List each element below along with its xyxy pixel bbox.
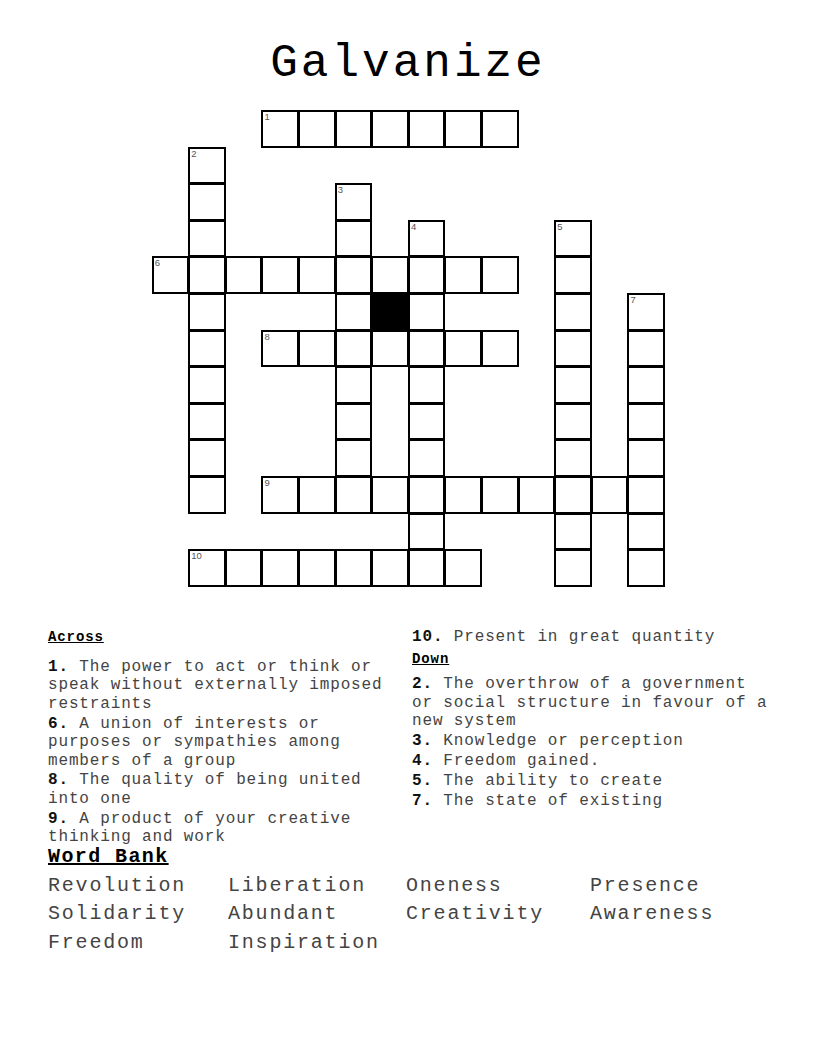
cell-r4c5[interactable]	[335, 256, 373, 294]
cell-r6c6[interactable]	[371, 330, 409, 368]
word-bank-word-awareness: Awareness	[590, 900, 714, 928]
cell-r10c10[interactable]	[518, 476, 556, 514]
clue-down-4: 4. Freedom gained.	[412, 752, 771, 770]
cell-r2c1[interactable]	[188, 183, 226, 221]
cell-r5c11[interactable]	[554, 293, 592, 331]
cell-r7c5[interactable]	[335, 366, 373, 404]
clues-column-left: Across 1. The power to act or think or s…	[48, 628, 389, 848]
word-bank-word-creativity: Creativity	[406, 900, 544, 928]
cell-r9c5[interactable]	[335, 439, 373, 477]
clue-down-3: 3. Knowledge or perception	[412, 732, 771, 750]
grid-number-10: 10	[191, 551, 202, 561]
cell-r12c7[interactable]	[408, 549, 446, 587]
cell-r6c5[interactable]	[335, 330, 373, 368]
cell-r8c13[interactable]	[627, 403, 665, 441]
word-bank-word-solidarity: Solidarity	[48, 900, 186, 928]
cell-r8c1[interactable]	[188, 403, 226, 441]
grid-number-4: 4	[411, 222, 416, 232]
cell-r10c1[interactable]	[188, 476, 226, 514]
cell-r10c7[interactable]	[408, 476, 446, 514]
cell-r12c3[interactable]	[261, 549, 299, 587]
cell-r12c2[interactable]	[225, 549, 263, 587]
word-bank-word-inspiration: Inspiration	[228, 929, 380, 957]
cell-r6c11[interactable]	[554, 330, 592, 368]
cell-r6c9[interactable]	[481, 330, 519, 368]
cell-r10c12[interactable]	[591, 476, 629, 514]
cell-r0c9[interactable]	[481, 110, 519, 148]
word-bank-word-abundant: Abundant	[228, 900, 338, 928]
cell-r5c5[interactable]	[335, 293, 373, 331]
clue-number: 9.	[48, 810, 69, 828]
across-header: Across	[48, 628, 389, 647]
cell-r5c7[interactable]	[408, 293, 446, 331]
cell-r4c6[interactable]	[371, 256, 409, 294]
cell-r0c7[interactable]	[408, 110, 446, 148]
grid-number-7: 7	[630, 295, 635, 305]
word-bank-word-liberation: Liberation	[228, 872, 366, 900]
clue-number: 7.	[412, 792, 433, 810]
down-header: Down	[412, 650, 771, 669]
clue-across-10: 10. Present in great quantity	[412, 628, 771, 646]
word-bank-header: Word Bank	[48, 845, 169, 869]
down-clue-list: 2. The overthrow of a government or soci…	[412, 675, 771, 810]
word-bank-word-presence: Presence	[590, 872, 700, 900]
cell-r4c2[interactable]	[225, 256, 263, 294]
cell-r0c8[interactable]	[444, 110, 482, 148]
clue-down-5: 5. The ability to create	[412, 772, 771, 790]
cell-r5c1[interactable]	[188, 293, 226, 331]
cell-r4c8[interactable]	[444, 256, 482, 294]
word-bank-word-revolution: Revolution	[48, 872, 186, 900]
cell-r3c1[interactable]	[188, 220, 226, 258]
cell-r10c13[interactable]	[627, 476, 665, 514]
cell-r9c13[interactable]	[627, 439, 665, 477]
clue-across-1: 1. The power to act or think or speak wi…	[48, 658, 389, 713]
clue-down-2: 2. The overthrow of a government or soci…	[412, 675, 771, 730]
cell-r12c13[interactable]	[627, 549, 665, 587]
puzzle-page: Galvanize 12345678910 Across 1. The powe…	[0, 0, 816, 1056]
grid-number-2: 2	[191, 149, 196, 159]
cell-r3c5[interactable]	[335, 220, 373, 258]
grid-number-9: 9	[264, 478, 269, 488]
cell-r4c3[interactable]	[261, 256, 299, 294]
cell-r6c1[interactable]	[188, 330, 226, 368]
word-bank-word-freedom: Freedom	[48, 929, 145, 957]
cell-r6c13[interactable]	[627, 330, 665, 368]
cell-r4c7[interactable]	[408, 256, 446, 294]
clue-number: 10.	[412, 628, 443, 646]
cell-r6c4[interactable]	[298, 330, 336, 368]
cell-r11c11[interactable]	[554, 513, 592, 551]
grid-number-5: 5	[557, 222, 562, 232]
cell-r7c1[interactable]	[188, 366, 226, 404]
cell-r12c11[interactable]	[554, 549, 592, 587]
black-cell-r5c6	[371, 293, 409, 331]
cell-r6c7[interactable]	[408, 330, 446, 368]
cell-r4c1[interactable]	[188, 256, 226, 294]
cell-r8c11[interactable]	[554, 403, 592, 441]
cell-r10c9[interactable]	[481, 476, 519, 514]
cell-r8c5[interactable]	[335, 403, 373, 441]
cell-r0c6[interactable]	[371, 110, 409, 148]
cell-r0c4[interactable]	[298, 110, 336, 148]
clue-across-6: 6. A union of interests or purposes or s…	[48, 715, 389, 770]
cell-r6c8[interactable]	[444, 330, 482, 368]
cell-r7c7[interactable]	[408, 366, 446, 404]
cell-r7c11[interactable]	[554, 366, 592, 404]
cell-r10c11[interactable]	[554, 476, 592, 514]
cell-r4c4[interactable]	[298, 256, 336, 294]
grid-number-1: 1	[264, 112, 269, 122]
cell-r11c13[interactable]	[627, 513, 665, 551]
cell-r0c5[interactable]	[335, 110, 373, 148]
grid-number-6: 6	[155, 258, 160, 268]
grid-number-8: 8	[264, 332, 269, 342]
clue-number: 8.	[48, 771, 69, 789]
across-clue-overflow: 10. Present in great quantity	[412, 628, 771, 646]
clue-number: 2.	[412, 675, 433, 693]
clue-across-8: 8. The quality of being united into one	[48, 771, 389, 808]
cell-r12c6[interactable]	[371, 549, 409, 587]
cell-r4c9[interactable]	[481, 256, 519, 294]
cell-r11c7[interactable]	[408, 513, 446, 551]
cell-r10c8[interactable]	[444, 476, 482, 514]
clue-across-9: 9. A product of your creative thinking a…	[48, 810, 389, 847]
word-bank-word-oneness: Oneness	[406, 872, 503, 900]
clue-number: 3.	[412, 732, 433, 750]
clue-number: 4.	[412, 752, 433, 770]
cell-r12c5[interactable]	[335, 549, 373, 587]
cell-r12c8[interactable]	[444, 549, 482, 587]
cell-r10c5[interactable]	[335, 476, 373, 514]
puzzle-title: Galvanize	[0, 40, 816, 88]
grid-number-3: 3	[338, 185, 343, 195]
across-clue-list: 1. The power to act or think or speak wi…	[48, 658, 389, 847]
clue-down-7: 7. The state of existing	[412, 792, 771, 810]
clue-number: 1.	[48, 658, 69, 676]
cell-r9c1[interactable]	[188, 439, 226, 477]
cell-r10c6[interactable]	[371, 476, 409, 514]
cell-r12c4[interactable]	[298, 549, 336, 587]
cell-r7c13[interactable]	[627, 366, 665, 404]
cell-r4c11[interactable]	[554, 256, 592, 294]
cell-r9c7[interactable]	[408, 439, 446, 477]
cell-r8c7[interactable]	[408, 403, 446, 441]
word-bank: RevolutionLiberationOnenessPresenceSolid…	[48, 872, 788, 967]
cell-r10c4[interactable]	[298, 476, 336, 514]
clue-number: 6.	[48, 715, 69, 733]
crossword-grid: 12345678910	[152, 110, 666, 587]
cell-r9c11[interactable]	[554, 439, 592, 477]
clue-number: 5.	[412, 772, 433, 790]
clues-column-right: 10. Present in great quantity Down 2. Th…	[412, 628, 771, 812]
